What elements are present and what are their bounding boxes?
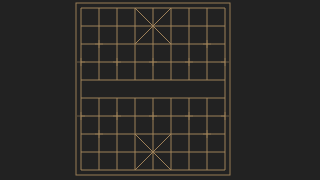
video-thumbnail: 漢界 仕帥相車仕炮車馬相馬炮兵兵卒炮卒象馬士将士象車 吃 将 相 帅 大神象棋 … [0, 0, 320, 180]
xiangqi-board [58, 0, 248, 180]
